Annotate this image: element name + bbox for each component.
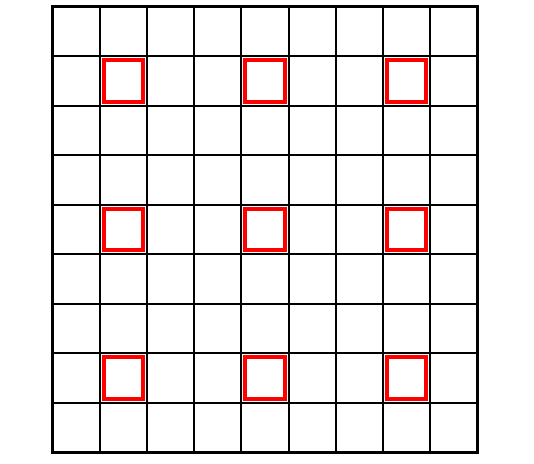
cell-r3c7[interactable]: [337, 107, 382, 154]
cell-r2c2[interactable]: [101, 57, 146, 104]
cell-r2c6[interactable]: [290, 57, 335, 104]
cell-r1c9[interactable]: [431, 8, 476, 55]
cell-r1c4[interactable]: [195, 8, 240, 55]
cell-r9c1[interactable]: [54, 404, 99, 451]
red-mark-square: [243, 207, 286, 252]
cell-r5c1[interactable]: [54, 206, 99, 253]
cell-r9c3[interactable]: [148, 404, 193, 451]
cell-r5c4[interactable]: [195, 206, 240, 253]
cell-r2c5[interactable]: [242, 57, 287, 104]
cell-r4c3[interactable]: [148, 156, 193, 203]
cell-r3c4[interactable]: [195, 107, 240, 154]
cell-r7c7[interactable]: [337, 305, 382, 352]
cell-r8c6[interactable]: [290, 354, 335, 401]
cell-r3c6[interactable]: [290, 107, 335, 154]
cell-r7c8[interactable]: [384, 305, 429, 352]
cell-r5c2[interactable]: [101, 206, 146, 253]
cell-r6c1[interactable]: [54, 255, 99, 302]
cell-r4c6[interactable]: [290, 156, 335, 203]
red-mark-square: [102, 355, 145, 400]
cell-r7c6[interactable]: [290, 305, 335, 352]
cell-r2c3[interactable]: [148, 57, 193, 104]
cell-r7c4[interactable]: [195, 305, 240, 352]
cell-r1c3[interactable]: [148, 8, 193, 55]
puzzle-grid: [51, 5, 479, 454]
cell-r7c2[interactable]: [101, 305, 146, 352]
cell-r3c3[interactable]: [148, 107, 193, 154]
cell-r2c8[interactable]: [384, 57, 429, 104]
cell-r1c5[interactable]: [242, 8, 287, 55]
cell-r5c9[interactable]: [431, 206, 476, 253]
cell-r7c1[interactable]: [54, 305, 99, 352]
cell-r5c6[interactable]: [290, 206, 335, 253]
cell-r7c9[interactable]: [431, 305, 476, 352]
cell-r8c8[interactable]: [384, 354, 429, 401]
cell-r3c5[interactable]: [242, 107, 287, 154]
cell-r6c3[interactable]: [148, 255, 193, 302]
page-canvas: [0, 0, 534, 464]
cell-r9c6[interactable]: [290, 404, 335, 451]
cell-r5c7[interactable]: [337, 206, 382, 253]
red-mark-square: [385, 355, 428, 400]
cell-r6c6[interactable]: [290, 255, 335, 302]
cell-r2c4[interactable]: [195, 57, 240, 104]
cell-r3c8[interactable]: [384, 107, 429, 154]
cell-r5c5[interactable]: [242, 206, 287, 253]
cell-r4c4[interactable]: [195, 156, 240, 203]
cell-r1c6[interactable]: [290, 8, 335, 55]
cell-r7c3[interactable]: [148, 305, 193, 352]
cell-r1c8[interactable]: [384, 8, 429, 55]
cell-r4c1[interactable]: [54, 156, 99, 203]
cell-r6c9[interactable]: [431, 255, 476, 302]
cell-r6c4[interactable]: [195, 255, 240, 302]
cell-r5c8[interactable]: [384, 206, 429, 253]
cell-r8c5[interactable]: [242, 354, 287, 401]
cell-r6c2[interactable]: [101, 255, 146, 302]
cell-r3c1[interactable]: [54, 107, 99, 154]
cell-r4c9[interactable]: [431, 156, 476, 203]
cell-r7c5[interactable]: [242, 305, 287, 352]
cell-r4c2[interactable]: [101, 156, 146, 203]
cell-r9c9[interactable]: [431, 404, 476, 451]
cell-r8c9[interactable]: [431, 354, 476, 401]
cell-r1c7[interactable]: [337, 8, 382, 55]
cell-r3c2[interactable]: [101, 107, 146, 154]
red-mark-square: [102, 58, 145, 103]
cell-r8c4[interactable]: [195, 354, 240, 401]
cell-r9c4[interactable]: [195, 404, 240, 451]
cell-r9c8[interactable]: [384, 404, 429, 451]
red-mark-square: [385, 207, 428, 252]
cell-r8c2[interactable]: [101, 354, 146, 401]
cell-r8c1[interactable]: [54, 354, 99, 401]
cell-r9c7[interactable]: [337, 404, 382, 451]
cell-r8c7[interactable]: [337, 354, 382, 401]
cell-r9c5[interactable]: [242, 404, 287, 451]
red-mark-square: [243, 58, 286, 103]
cell-r2c9[interactable]: [431, 57, 476, 104]
cell-r6c5[interactable]: [242, 255, 287, 302]
cell-r6c7[interactable]: [337, 255, 382, 302]
red-mark-square: [385, 58, 428, 103]
cell-r9c2[interactable]: [101, 404, 146, 451]
cell-r5c3[interactable]: [148, 206, 193, 253]
cell-r4c7[interactable]: [337, 156, 382, 203]
cell-r3c9[interactable]: [431, 107, 476, 154]
cell-r4c5[interactable]: [242, 156, 287, 203]
cell-r1c1[interactable]: [54, 8, 99, 55]
red-mark-square: [243, 355, 286, 400]
cell-r4c8[interactable]: [384, 156, 429, 203]
cell-r2c1[interactable]: [54, 57, 99, 104]
cell-r2c7[interactable]: [337, 57, 382, 104]
cell-r6c8[interactable]: [384, 255, 429, 302]
red-mark-square: [102, 207, 145, 252]
cell-r1c2[interactable]: [101, 8, 146, 55]
cell-r8c3[interactable]: [148, 354, 193, 401]
